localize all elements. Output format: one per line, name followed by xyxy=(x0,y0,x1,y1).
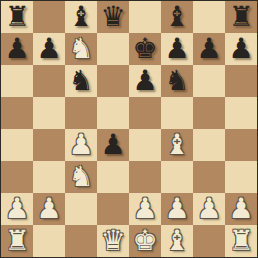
square-g6[interactable] xyxy=(193,65,225,97)
square-h6[interactable] xyxy=(225,65,257,97)
square-g5[interactable] xyxy=(193,97,225,129)
square-c3[interactable]: ♞ xyxy=(65,161,97,193)
piece-white-bishop: ♝ xyxy=(161,225,193,257)
square-d8[interactable]: ♛ xyxy=(97,1,129,33)
square-b6[interactable] xyxy=(33,65,65,97)
square-e7[interactable]: ♚ xyxy=(129,33,161,65)
piece-white-king: ♚ xyxy=(129,225,161,257)
square-g1[interactable] xyxy=(193,225,225,257)
square-h1[interactable]: ♜ xyxy=(225,225,257,257)
square-d3[interactable] xyxy=(97,161,129,193)
square-c7[interactable]: ♞ xyxy=(65,33,97,65)
piece-white-pawn: ♟ xyxy=(33,193,65,225)
square-d1[interactable]: ♛ xyxy=(97,225,129,257)
square-g2[interactable]: ♟ xyxy=(193,193,225,225)
square-d5[interactable] xyxy=(97,97,129,129)
piece-black-knight: ♞ xyxy=(65,65,97,97)
piece-black-queen: ♛ xyxy=(97,1,129,33)
square-d6[interactable] xyxy=(97,65,129,97)
square-c5[interactable] xyxy=(65,97,97,129)
square-g8[interactable] xyxy=(193,1,225,33)
square-e6[interactable]: ♟ xyxy=(129,65,161,97)
square-b1[interactable] xyxy=(33,225,65,257)
piece-white-pawn: ♟ xyxy=(161,193,193,225)
square-c8[interactable]: ♝ xyxy=(65,1,97,33)
square-b4[interactable] xyxy=(33,129,65,161)
piece-white-pawn: ♟ xyxy=(193,193,225,225)
square-f1[interactable]: ♝ xyxy=(161,225,193,257)
piece-black-bishop: ♝ xyxy=(161,1,193,33)
piece-black-pawn: ♟ xyxy=(33,33,65,65)
square-e3[interactable] xyxy=(129,161,161,193)
piece-white-pawn: ♟ xyxy=(65,129,97,161)
square-f4[interactable]: ♝ xyxy=(161,129,193,161)
square-a4[interactable] xyxy=(1,129,33,161)
piece-white-pawn: ♟ xyxy=(225,193,257,225)
piece-white-rook: ♜ xyxy=(225,225,257,257)
square-b5[interactable] xyxy=(33,97,65,129)
chess-board: ♜♝♛♝♜♟♟♞♚♟♟♟♞♟♞♟♟♝♞♟♟♟♟♟♟♜♛♚♝♜ xyxy=(0,0,258,258)
chess-board-screenshot: ♜♝♛♝♜♟♟♞♚♟♟♟♞♟♞♟♟♝♞♟♟♟♟♟♟♜♛♚♝♜ xyxy=(0,0,258,258)
square-a1[interactable]: ♜ xyxy=(1,225,33,257)
piece-white-pawn: ♟ xyxy=(1,193,33,225)
square-b3[interactable] xyxy=(33,161,65,193)
piece-black-pawn: ♟ xyxy=(1,33,33,65)
square-a5[interactable] xyxy=(1,97,33,129)
piece-white-pawn: ♟ xyxy=(129,193,161,225)
square-h7[interactable]: ♟ xyxy=(225,33,257,65)
square-d2[interactable] xyxy=(97,193,129,225)
square-d4[interactable]: ♟ xyxy=(97,129,129,161)
square-f7[interactable]: ♟ xyxy=(161,33,193,65)
square-d7[interactable] xyxy=(97,33,129,65)
piece-black-pawn: ♟ xyxy=(129,65,161,97)
piece-black-king: ♚ xyxy=(129,33,161,65)
square-e1[interactable]: ♚ xyxy=(129,225,161,257)
piece-black-rook: ♜ xyxy=(225,1,257,33)
square-f2[interactable]: ♟ xyxy=(161,193,193,225)
piece-white-knight: ♞ xyxy=(65,33,97,65)
piece-white-knight: ♞ xyxy=(65,161,97,193)
piece-black-pawn: ♟ xyxy=(97,129,129,161)
square-c6[interactable]: ♞ xyxy=(65,65,97,97)
square-b7[interactable]: ♟ xyxy=(33,33,65,65)
square-e2[interactable]: ♟ xyxy=(129,193,161,225)
piece-white-queen: ♛ xyxy=(97,225,129,257)
square-e8[interactable] xyxy=(129,1,161,33)
square-c4[interactable]: ♟ xyxy=(65,129,97,161)
square-e5[interactable] xyxy=(129,97,161,129)
square-a8[interactable]: ♜ xyxy=(1,1,33,33)
square-b2[interactable]: ♟ xyxy=(33,193,65,225)
square-f3[interactable] xyxy=(161,161,193,193)
piece-black-pawn: ♟ xyxy=(193,33,225,65)
square-h3[interactable] xyxy=(225,161,257,193)
square-g4[interactable] xyxy=(193,129,225,161)
piece-white-bishop: ♝ xyxy=(161,129,193,161)
square-a7[interactable]: ♟ xyxy=(1,33,33,65)
piece-black-knight: ♞ xyxy=(161,65,193,97)
square-h8[interactable]: ♜ xyxy=(225,1,257,33)
square-h4[interactable] xyxy=(225,129,257,161)
square-g3[interactable] xyxy=(193,161,225,193)
piece-black-bishop: ♝ xyxy=(65,1,97,33)
piece-black-pawn: ♟ xyxy=(161,33,193,65)
square-b8[interactable] xyxy=(33,1,65,33)
square-c2[interactable] xyxy=(65,193,97,225)
square-f6[interactable]: ♞ xyxy=(161,65,193,97)
square-h2[interactable]: ♟ xyxy=(225,193,257,225)
square-e4[interactable] xyxy=(129,129,161,161)
piece-black-rook: ♜ xyxy=(1,1,33,33)
square-f8[interactable]: ♝ xyxy=(161,1,193,33)
square-g7[interactable]: ♟ xyxy=(193,33,225,65)
piece-black-pawn: ♟ xyxy=(225,33,257,65)
square-a2[interactable]: ♟ xyxy=(1,193,33,225)
square-a6[interactable] xyxy=(1,65,33,97)
square-f5[interactable] xyxy=(161,97,193,129)
square-c1[interactable] xyxy=(65,225,97,257)
piece-white-rook: ♜ xyxy=(1,225,33,257)
square-h5[interactable] xyxy=(225,97,257,129)
square-a3[interactable] xyxy=(1,161,33,193)
